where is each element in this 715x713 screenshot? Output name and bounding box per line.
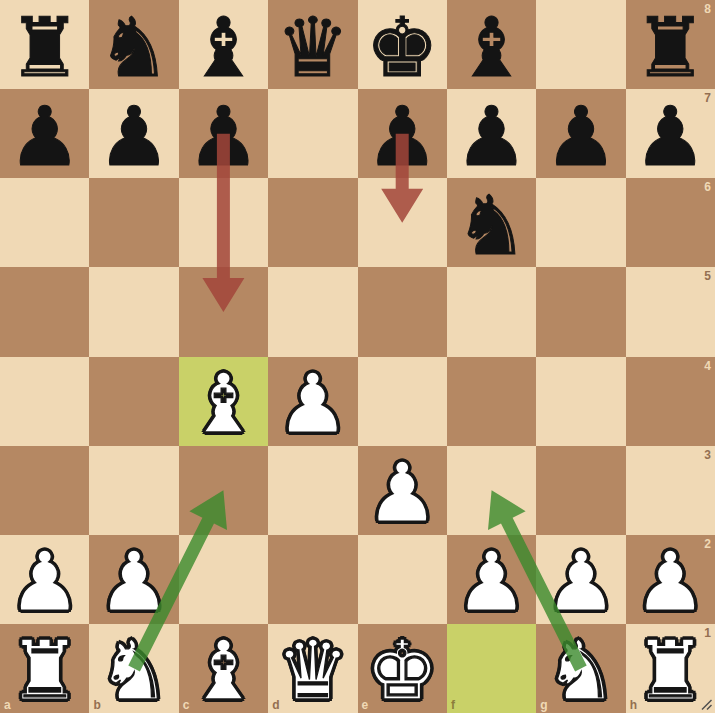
piece-black-pawn[interactable]: ♟ [97,96,171,178]
square-g8[interactable] [536,0,625,89]
piece-black-knight[interactable]: ♞ [455,185,529,267]
square-f5[interactable] [447,267,536,356]
square-g2[interactable]: ♟ [536,535,625,624]
square-e6[interactable] [358,178,447,267]
square-f7[interactable]: ♟ [447,89,536,178]
piece-white-pawn[interactable]: ♟ [455,541,529,623]
square-h5[interactable]: 5 [626,267,715,356]
piece-white-pawn[interactable]: ♟ [634,541,708,623]
square-b4[interactable] [89,357,178,446]
piece-black-pawn[interactable]: ♟ [365,96,439,178]
rank-label-6: 6 [704,181,711,193]
piece-black-pawn[interactable]: ♟ [455,96,529,178]
square-a5[interactable] [0,267,89,356]
square-b1[interactable]: ♞b [89,624,178,713]
piece-white-king[interactable]: ♚ [365,630,439,712]
square-g4[interactable] [536,357,625,446]
piece-black-knight[interactable]: ♞ [97,7,171,89]
piece-white-pawn[interactable]: ♟ [365,452,439,534]
square-a2[interactable]: ♟ [0,535,89,624]
piece-black-bishop[interactable]: ♝ [187,7,261,89]
rank-label-5: 5 [704,270,711,282]
square-h8[interactable]: ♜8 [626,0,715,89]
square-a6[interactable] [0,178,89,267]
square-c6[interactable] [179,178,268,267]
square-e7[interactable]: ♟ [358,89,447,178]
square-b2[interactable]: ♟ [89,535,178,624]
piece-black-rook[interactable]: ♜ [634,7,708,89]
piece-black-king[interactable]: ♚ [365,7,439,89]
square-b8[interactable]: ♞ [89,0,178,89]
piece-black-pawn[interactable]: ♟ [8,96,82,178]
square-a1[interactable]: ♜a [0,624,89,713]
square-e1[interactable]: ♚e [358,624,447,713]
square-d8[interactable]: ♛ [268,0,357,89]
square-a8[interactable]: ♜ [0,0,89,89]
square-e4[interactable] [358,357,447,446]
square-h2[interactable]: ♟2 [626,535,715,624]
square-d7[interactable] [268,89,357,178]
square-f6[interactable]: ♞ [447,178,536,267]
piece-white-pawn[interactable]: ♟ [276,363,350,445]
board-resize-handle[interactable] [700,698,713,711]
rank-label-3: 3 [704,449,711,461]
square-f4[interactable] [447,357,536,446]
square-e3[interactable]: ♟ [358,446,447,535]
piece-black-bishop[interactable]: ♝ [455,7,529,89]
square-d6[interactable] [268,178,357,267]
square-c5[interactable] [179,267,268,356]
square-g5[interactable] [536,267,625,356]
square-h7[interactable]: ♟7 [626,89,715,178]
piece-black-queen[interactable]: ♛ [276,7,350,89]
piece-white-queen[interactable]: ♛ [276,630,350,712]
square-d5[interactable] [268,267,357,356]
square-e8[interactable]: ♚ [358,0,447,89]
piece-white-bishop[interactable]: ♝ [187,630,261,712]
square-f1[interactable]: f [447,624,536,713]
piece-black-pawn[interactable]: ♟ [187,96,261,178]
file-label-f: f [451,699,455,711]
piece-white-rook[interactable]: ♜ [634,630,708,712]
board-squares: ♜♞♝♛♚♝♜8♟♟♟♟♟♟♟7♞65♝♟4♟3♟♟♟♟♟2♜a♞b♝c♛d♚e… [0,0,715,713]
piece-white-pawn[interactable]: ♟ [544,541,618,623]
rank-label-4: 4 [704,360,711,372]
square-d4[interactable]: ♟ [268,357,357,446]
square-h3[interactable]: 3 [626,446,715,535]
square-b6[interactable] [89,178,178,267]
square-c2[interactable] [179,535,268,624]
piece-white-pawn[interactable]: ♟ [97,541,171,623]
square-b7[interactable]: ♟ [89,89,178,178]
piece-white-pawn[interactable]: ♟ [8,541,82,623]
square-a7[interactable]: ♟ [0,89,89,178]
square-c4[interactable]: ♝ [179,357,268,446]
square-f3[interactable] [447,446,536,535]
square-c8[interactable]: ♝ [179,0,268,89]
square-f2[interactable]: ♟ [447,535,536,624]
square-b5[interactable] [89,267,178,356]
piece-black-pawn[interactable]: ♟ [544,96,618,178]
piece-white-bishop[interactable]: ♝ [187,363,261,445]
square-e2[interactable] [358,535,447,624]
square-a4[interactable] [0,357,89,446]
square-a3[interactable] [0,446,89,535]
square-g3[interactable] [536,446,625,535]
piece-white-knight[interactable]: ♞ [544,630,618,712]
square-c1[interactable]: ♝c [179,624,268,713]
piece-black-rook[interactable]: ♜ [8,7,82,89]
square-g7[interactable]: ♟ [536,89,625,178]
square-g1[interactable]: ♞g [536,624,625,713]
square-c7[interactable]: ♟ [179,89,268,178]
square-g6[interactable] [536,178,625,267]
piece-white-knight[interactable]: ♞ [97,630,171,712]
square-d2[interactable] [268,535,357,624]
square-d3[interactable] [268,446,357,535]
chess-board: ♜♞♝♛♚♝♜8♟♟♟♟♟♟♟7♞65♝♟4♟3♟♟♟♟♟2♜a♞b♝c♛d♚e… [0,0,715,713]
square-h6[interactable]: 6 [626,178,715,267]
square-f8[interactable]: ♝ [447,0,536,89]
square-b3[interactable] [89,446,178,535]
square-h4[interactable]: 4 [626,357,715,446]
square-c3[interactable] [179,446,268,535]
piece-black-pawn[interactable]: ♟ [634,96,708,178]
square-d1[interactable]: ♛d [268,624,357,713]
square-e5[interactable] [358,267,447,356]
piece-white-rook[interactable]: ♜ [8,630,82,712]
